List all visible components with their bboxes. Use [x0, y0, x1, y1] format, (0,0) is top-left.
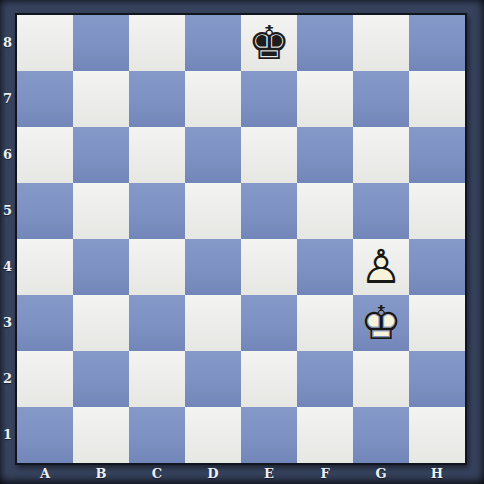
square-b6[interactable]: [73, 127, 129, 183]
file-label-B: B: [73, 466, 129, 482]
square-c2[interactable]: [129, 351, 185, 407]
rank-label-4: 4: [0, 239, 15, 295]
chess-diagram: ♚♟♙♚♔ 87654321 ABCDEFGH: [0, 0, 484, 484]
rank-label-1: 1: [0, 407, 15, 463]
square-f5[interactable]: [297, 183, 353, 239]
square-f6[interactable]: [297, 127, 353, 183]
rank-label-2: 2: [0, 351, 15, 407]
file-label-H: H: [409, 466, 465, 482]
square-f7[interactable]: [297, 71, 353, 127]
square-a5[interactable]: [17, 183, 73, 239]
square-e3[interactable]: [241, 295, 297, 351]
square-a7[interactable]: [17, 71, 73, 127]
square-b1[interactable]: [73, 407, 129, 463]
square-b5[interactable]: [73, 183, 129, 239]
square-h3[interactable]: [409, 295, 465, 351]
square-g4[interactable]: ♟♙: [353, 239, 409, 295]
square-h2[interactable]: [409, 351, 465, 407]
square-a2[interactable]: [17, 351, 73, 407]
square-d5[interactable]: [185, 183, 241, 239]
square-g5[interactable]: [353, 183, 409, 239]
square-f1[interactable]: [297, 407, 353, 463]
square-e8[interactable]: ♚: [241, 15, 297, 71]
file-label-F: F: [297, 466, 353, 482]
square-b7[interactable]: [73, 71, 129, 127]
square-e7[interactable]: [241, 71, 297, 127]
square-b3[interactable]: [73, 295, 129, 351]
black-king[interactable]: ♚: [241, 15, 297, 71]
square-f2[interactable]: [297, 351, 353, 407]
white-king[interactable]: ♚♔: [353, 295, 409, 351]
square-d1[interactable]: [185, 407, 241, 463]
square-g7[interactable]: [353, 71, 409, 127]
square-c4[interactable]: [129, 239, 185, 295]
square-h6[interactable]: [409, 127, 465, 183]
square-a4[interactable]: [17, 239, 73, 295]
file-label-C: C: [129, 466, 185, 482]
white-pawn-glyph: ♙: [353, 239, 409, 295]
square-h1[interactable]: [409, 407, 465, 463]
square-b8[interactable]: [73, 15, 129, 71]
square-e5[interactable]: [241, 183, 297, 239]
square-e1[interactable]: [241, 407, 297, 463]
square-a8[interactable]: [17, 15, 73, 71]
square-h7[interactable]: [409, 71, 465, 127]
square-c1[interactable]: [129, 407, 185, 463]
square-g2[interactable]: [353, 351, 409, 407]
square-e4[interactable]: [241, 239, 297, 295]
square-e6[interactable]: [241, 127, 297, 183]
square-b2[interactable]: [73, 351, 129, 407]
square-g3[interactable]: ♚♔: [353, 295, 409, 351]
square-c6[interactable]: [129, 127, 185, 183]
square-a3[interactable]: [17, 295, 73, 351]
square-c8[interactable]: [129, 15, 185, 71]
square-d4[interactable]: [185, 239, 241, 295]
square-f4[interactable]: [297, 239, 353, 295]
file-label-G: G: [353, 466, 409, 482]
square-c3[interactable]: [129, 295, 185, 351]
square-h4[interactable]: [409, 239, 465, 295]
rank-label-7: 7: [0, 71, 15, 127]
board: ♚♟♙♚♔: [17, 15, 465, 463]
square-h8[interactable]: [409, 15, 465, 71]
white-king-glyph: ♔: [353, 295, 409, 351]
file-label-E: E: [241, 466, 297, 482]
square-d6[interactable]: [185, 127, 241, 183]
square-d3[interactable]: [185, 295, 241, 351]
square-g8[interactable]: [353, 15, 409, 71]
rank-label-3: 3: [0, 295, 15, 351]
rank-label-6: 6: [0, 127, 15, 183]
rank-label-5: 5: [0, 183, 15, 239]
square-b4[interactable]: [73, 239, 129, 295]
square-a6[interactable]: [17, 127, 73, 183]
square-g6[interactable]: [353, 127, 409, 183]
board-frame: ♚♟♙♚♔: [15, 13, 467, 465]
square-g1[interactable]: [353, 407, 409, 463]
square-f3[interactable]: [297, 295, 353, 351]
black-king-glyph: ♚: [241, 15, 297, 71]
rank-label-8: 8: [0, 15, 15, 71]
file-label-A: A: [17, 466, 73, 482]
square-d2[interactable]: [185, 351, 241, 407]
square-h5[interactable]: [409, 183, 465, 239]
white-pawn[interactable]: ♟♙: [353, 239, 409, 295]
square-c7[interactable]: [129, 71, 185, 127]
square-e2[interactable]: [241, 351, 297, 407]
square-a1[interactable]: [17, 407, 73, 463]
square-f8[interactable]: [297, 15, 353, 71]
square-c5[interactable]: [129, 183, 185, 239]
file-label-D: D: [185, 466, 241, 482]
square-d8[interactable]: [185, 15, 241, 71]
square-d7[interactable]: [185, 71, 241, 127]
